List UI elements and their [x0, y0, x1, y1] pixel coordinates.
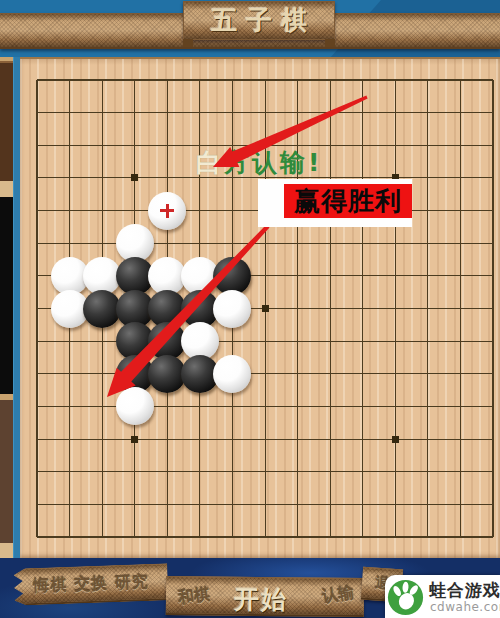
side-panel-avatar-bottom: [0, 400, 13, 543]
board-grid[interactable]: [20, 57, 500, 560]
side-panel-black: [0, 197, 13, 394]
victory-box: 赢得胜利: [284, 184, 412, 218]
draw-button[interactable]: 和棋: [177, 584, 211, 609]
menu-ribbon-left[interactable]: 悔棋 交换 研究: [13, 563, 168, 605]
title-ribbon-center: 五子棋: [183, 1, 335, 40]
grid-line-v: [330, 80, 331, 537]
watermark-brand: 蛙合游戏: [429, 579, 500, 602]
resign-message: 白方认输!: [196, 146, 322, 179]
grid-line-h: [37, 406, 493, 407]
white-stone: [116, 387, 154, 425]
watermark-domain: cdwahe.com: [430, 600, 500, 614]
victory-panel: 赢得胜利: [258, 179, 412, 227]
grid-line-h: [37, 439, 493, 440]
resign-button[interactable]: 认输: [321, 583, 356, 608]
frog-logo-icon: [387, 579, 424, 616]
ribbon-fold-left: [183, 39, 193, 47]
star-point: [262, 305, 269, 312]
watermark: 蛙合游戏 cdwahe.com: [385, 575, 500, 618]
grid-line-v: [460, 80, 461, 537]
white-stone: [213, 355, 251, 393]
grid-line-v: [427, 80, 428, 537]
star-point: [392, 436, 399, 443]
grid-line-v: [395, 80, 396, 537]
white-stone: [148, 192, 186, 230]
start-button[interactable]: 开始: [234, 583, 288, 617]
grid-line-h: [37, 536, 493, 538]
grid-line-h: [37, 341, 493, 342]
menu-undo-swap-study[interactable]: 悔棋 交换 研究: [33, 571, 149, 596]
grid-line-h: [37, 504, 493, 505]
side-panel-avatar-top: [0, 61, 13, 183]
ribbon-fold-right: [325, 39, 335, 47]
star-point: [131, 436, 138, 443]
grid-line-v: [362, 80, 363, 537]
menu-ribbon-center[interactable]: 和棋 开始 认输: [166, 576, 364, 617]
resign-message-first: 白: [196, 148, 224, 177]
game-title: 五子棋: [202, 3, 316, 38]
star-point: [131, 174, 138, 181]
side-panel-divider3: [0, 543, 13, 558]
resign-message-rest: 方认输!: [224, 148, 322, 177]
grid-line-v: [492, 80, 494, 537]
grid-line-h: [37, 373, 493, 374]
side-panel-divider: [0, 181, 13, 197]
victory-text: 赢得胜利: [294, 184, 402, 219]
white-stone: [213, 290, 251, 328]
grid-line-h: [37, 471, 493, 472]
